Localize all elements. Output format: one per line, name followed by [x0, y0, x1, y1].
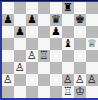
piece-white-pawn: ♙	[3, 74, 13, 86]
square-e4[interactable]	[50, 50, 62, 62]
piece-white-rook: ♖	[39, 50, 49, 62]
chess-board: ♜♟♟♛♚♟♟♝♕♙♖♙♙♙♙♙♖♔	[2, 2, 98, 98]
square-g1[interactable]: ♔	[74, 86, 86, 98]
square-a4[interactable]	[2, 50, 14, 62]
piece-black-bishop: ♝	[63, 38, 73, 50]
square-c7[interactable]: ♟	[26, 14, 38, 26]
square-d6[interactable]	[38, 26, 50, 38]
square-g6[interactable]	[74, 26, 86, 38]
piece-black-king: ♚	[75, 14, 85, 26]
square-b1[interactable]	[14, 86, 26, 98]
square-h5[interactable]: ♕	[86, 38, 98, 50]
square-f7[interactable]	[62, 14, 74, 26]
square-f5[interactable]: ♝	[62, 38, 74, 50]
piece-white-rook: ♖	[63, 86, 73, 98]
piece-white-pawn: ♙	[87, 74, 97, 86]
square-h4[interactable]	[86, 50, 98, 62]
piece-white-queen: ♕	[87, 38, 97, 50]
square-c2[interactable]	[26, 74, 38, 86]
square-h2[interactable]: ♙	[86, 74, 98, 86]
square-e5[interactable]	[50, 38, 62, 50]
square-f1[interactable]: ♖	[62, 86, 74, 98]
square-b3[interactable]: ♙	[14, 62, 26, 74]
square-d4[interactable]: ♖	[38, 50, 50, 62]
square-a1[interactable]	[2, 86, 14, 98]
square-h1[interactable]	[86, 86, 98, 98]
square-d2[interactable]	[38, 74, 50, 86]
square-e1[interactable]	[50, 86, 62, 98]
piece-white-pawn: ♙	[27, 50, 37, 62]
square-c3[interactable]	[26, 62, 38, 74]
square-d8[interactable]	[38, 2, 50, 14]
piece-black-rook: ♜	[63, 2, 73, 14]
square-g5[interactable]	[74, 38, 86, 50]
square-a7[interactable]: ♟	[2, 14, 14, 26]
square-d1[interactable]	[38, 86, 50, 98]
chess-diagram: ♜♟♟♛♚♟♟♝♕♙♖♙♙♙♙♙♖♔	[0, 0, 98, 100]
square-c4[interactable]: ♙	[26, 50, 38, 62]
square-h8[interactable]	[86, 2, 98, 14]
square-d3[interactable]	[38, 62, 50, 74]
piece-white-pawn: ♙	[15, 62, 25, 74]
piece-black-pawn: ♟	[15, 26, 25, 38]
square-g4[interactable]	[74, 50, 86, 62]
square-c6[interactable]	[26, 26, 38, 38]
square-a2[interactable]: ♙	[2, 74, 14, 86]
square-a5[interactable]	[2, 38, 14, 50]
square-g7[interactable]: ♚	[74, 14, 86, 26]
square-f4[interactable]	[62, 50, 74, 62]
square-f8[interactable]: ♜	[62, 2, 74, 14]
piece-black-pawn: ♟	[27, 14, 37, 26]
square-b2[interactable]	[14, 74, 26, 86]
square-d7[interactable]	[38, 14, 50, 26]
square-h7[interactable]	[86, 14, 98, 26]
piece-black-pawn: ♟	[3, 14, 13, 26]
square-a6[interactable]	[2, 26, 14, 38]
piece-white-king: ♔	[75, 86, 85, 98]
square-b8[interactable]	[14, 2, 26, 14]
square-e6[interactable]: ♟	[50, 26, 62, 38]
piece-black-pawn: ♟	[51, 26, 61, 38]
square-b6[interactable]: ♟	[14, 26, 26, 38]
square-e3[interactable]	[50, 62, 62, 74]
square-b5[interactable]	[14, 38, 26, 50]
square-e2[interactable]	[50, 74, 62, 86]
square-c1[interactable]	[26, 86, 38, 98]
